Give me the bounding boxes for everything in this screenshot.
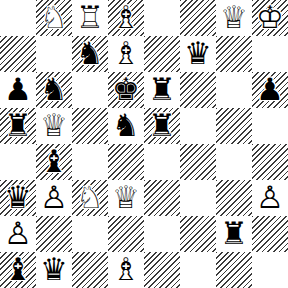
square-g4[interactable]	[216, 144, 252, 180]
square-g3[interactable]	[216, 180, 252, 216]
piece-white-king-fill: ♚	[252, 0, 288, 36]
piece-white-king: ♔	[252, 0, 288, 36]
piece-white-rook: ♖	[72, 0, 108, 36]
square-g8[interactable]: ♛♕	[216, 0, 252, 36]
piece-white-queen-fill: ♛	[36, 108, 72, 144]
square-g7[interactable]	[216, 36, 252, 72]
square-f7[interactable]: ♛	[180, 36, 216, 72]
square-f4[interactable]	[180, 144, 216, 180]
piece-white-pawn: ♙	[0, 216, 36, 252]
square-d1[interactable]: ♝♗	[108, 252, 144, 288]
square-c8[interactable]: ♜♖	[72, 0, 108, 36]
square-a8[interactable]	[0, 0, 36, 36]
square-h6[interactable]: ♟	[252, 72, 288, 108]
piece-white-queen: ♕	[36, 108, 72, 144]
piece-white-bishop-fill: ♝	[108, 0, 144, 36]
square-a4[interactable]	[0, 144, 36, 180]
piece-white-rook-fill: ♜	[72, 0, 108, 36]
piece-white-bishop: ♗	[108, 252, 144, 288]
square-d3[interactable]: ♛♕	[108, 180, 144, 216]
square-d8[interactable]: ♝♗	[108, 0, 144, 36]
square-a2[interactable]: ♟♙	[0, 216, 36, 252]
square-h2[interactable]	[252, 216, 288, 252]
piece-white-queen-fill: ♛	[216, 0, 252, 36]
piece-black-pawn: ♟	[0, 72, 36, 108]
piece-black-king: ♚	[108, 72, 144, 108]
square-f2[interactable]	[180, 216, 216, 252]
square-a7[interactable]	[0, 36, 36, 72]
piece-white-queen: ♕	[108, 180, 144, 216]
piece-white-pawn-fill: ♟	[36, 180, 72, 216]
chess-board: ♞♘♜♖♝♗♛♕♚♔♞♝♗♛♟♞♚♜♟♜♛♕♞♜♝♛♟♙♞♘♛♕♟♙♟♙♜♝♛♝…	[0, 0, 288, 288]
square-c7[interactable]: ♞	[72, 36, 108, 72]
square-g6[interactable]	[216, 72, 252, 108]
square-d7[interactable]: ♝♗	[108, 36, 144, 72]
piece-white-pawn: ♙	[36, 180, 72, 216]
piece-white-bishop-fill: ♝	[108, 36, 144, 72]
piece-white-bishop-fill: ♝	[108, 252, 144, 288]
square-b5[interactable]: ♛♕	[36, 108, 72, 144]
square-f1[interactable]	[180, 252, 216, 288]
piece-black-knight: ♞	[72, 36, 108, 72]
piece-black-rook: ♜	[144, 108, 180, 144]
square-d5[interactable]: ♞	[108, 108, 144, 144]
square-e2[interactable]	[144, 216, 180, 252]
piece-black-rook: ♜	[0, 108, 36, 144]
square-d2[interactable]	[108, 216, 144, 252]
piece-black-knight: ♞	[108, 108, 144, 144]
piece-black-bishop: ♝	[0, 252, 36, 288]
square-c3[interactable]: ♞♘	[72, 180, 108, 216]
piece-white-knight-fill: ♞	[72, 180, 108, 216]
square-b7[interactable]	[36, 36, 72, 72]
square-b8[interactable]: ♞♘	[36, 0, 72, 36]
piece-white-pawn-fill: ♟	[252, 180, 288, 216]
square-h3[interactable]: ♟♙	[252, 180, 288, 216]
piece-black-knight: ♞	[36, 72, 72, 108]
piece-white-queen: ♕	[216, 0, 252, 36]
square-b2[interactable]	[36, 216, 72, 252]
piece-black-bishop: ♝	[36, 144, 72, 180]
square-e6[interactable]: ♜	[144, 72, 180, 108]
square-e8[interactable]	[144, 0, 180, 36]
square-g1[interactable]	[216, 252, 252, 288]
piece-black-rook: ♜	[216, 216, 252, 252]
piece-white-pawn-fill: ♟	[0, 216, 36, 252]
square-f8[interactable]	[180, 0, 216, 36]
piece-black-queen: ♛	[0, 180, 36, 216]
square-h7[interactable]	[252, 36, 288, 72]
square-h4[interactable]	[252, 144, 288, 180]
piece-white-knight: ♘	[72, 180, 108, 216]
square-b4[interactable]: ♝	[36, 144, 72, 180]
square-h5[interactable]	[252, 108, 288, 144]
piece-white-knight-fill: ♞	[36, 0, 72, 36]
square-c6[interactable]	[72, 72, 108, 108]
square-e1[interactable]	[144, 252, 180, 288]
square-b3[interactable]: ♟♙	[36, 180, 72, 216]
square-g2[interactable]: ♜	[216, 216, 252, 252]
square-a5[interactable]: ♜	[0, 108, 36, 144]
piece-white-bishop: ♗	[108, 36, 144, 72]
square-b6[interactable]: ♞	[36, 72, 72, 108]
square-g5[interactable]	[216, 108, 252, 144]
square-b1[interactable]: ♛	[36, 252, 72, 288]
square-c4[interactable]	[72, 144, 108, 180]
square-d6[interactable]: ♚	[108, 72, 144, 108]
square-a1[interactable]: ♝	[0, 252, 36, 288]
piece-black-pawn: ♟	[252, 72, 288, 108]
piece-white-knight: ♘	[36, 0, 72, 36]
square-e4[interactable]	[144, 144, 180, 180]
square-h8[interactable]: ♚♔	[252, 0, 288, 36]
piece-white-bishop: ♗	[108, 0, 144, 36]
piece-black-rook: ♜	[144, 72, 180, 108]
square-f3[interactable]	[180, 180, 216, 216]
piece-white-queen-fill: ♛	[108, 180, 144, 216]
square-d4[interactable]	[108, 144, 144, 180]
square-e3[interactable]	[144, 180, 180, 216]
square-f5[interactable]	[180, 108, 216, 144]
square-c1[interactable]	[72, 252, 108, 288]
square-a3[interactable]: ♛	[0, 180, 36, 216]
piece-black-queen: ♛	[180, 36, 216, 72]
piece-white-pawn: ♙	[252, 180, 288, 216]
square-a6[interactable]: ♟	[0, 72, 36, 108]
square-f6[interactable]	[180, 72, 216, 108]
piece-black-queen: ♛	[36, 252, 72, 288]
square-h1[interactable]	[252, 252, 288, 288]
square-e5[interactable]: ♜	[144, 108, 180, 144]
square-c5[interactable]	[72, 108, 108, 144]
square-c2[interactable]	[72, 216, 108, 252]
square-e7[interactable]	[144, 36, 180, 72]
